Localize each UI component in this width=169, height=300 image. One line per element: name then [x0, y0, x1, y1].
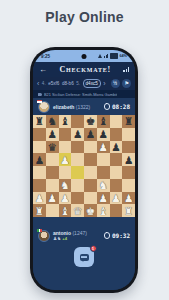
square-b5[interactable] — [46, 153, 59, 166]
square-d3[interactable] — [71, 179, 84, 192]
square-a3[interactable] — [33, 179, 46, 192]
square-g2[interactable]: ♟ — [110, 192, 123, 205]
square-e4[interactable] — [84, 166, 97, 179]
square-f2[interactable]: ♟ — [97, 192, 110, 205]
square-b1[interactable] — [46, 204, 59, 217]
square-h6[interactable] — [122, 141, 135, 154]
flag-badge-top — [37, 100, 42, 103]
player-name-bottom: antonio (1247) — [53, 230, 101, 236]
piece-c2: ♟ — [60, 192, 69, 204]
chat-area: 1 — [33, 244, 135, 290]
captured-glyphs: ♟♞ — [53, 237, 61, 242]
square-c4[interactable] — [59, 166, 72, 179]
piece-a8: ♜ — [35, 115, 44, 127]
move-number: 4. — [42, 81, 46, 86]
square-h3[interactable] — [122, 179, 135, 192]
square-h1[interactable]: ♜ — [122, 204, 135, 217]
square-d5[interactable] — [71, 153, 84, 166]
square-d1[interactable]: ♛ — [71, 204, 84, 217]
square-e5[interactable] — [84, 153, 97, 166]
square-a7[interactable] — [33, 128, 46, 141]
square-g7[interactable] — [110, 128, 123, 141]
piece-a5: ♟ — [35, 153, 44, 165]
piece-h1: ♜ — [124, 204, 133, 216]
chat-bubble-icon — [80, 254, 89, 261]
piece-c8: ♝ — [60, 115, 69, 127]
piece-c1: ♝ — [60, 204, 69, 216]
piece-b2: ♟ — [47, 192, 56, 204]
timer-icon — [104, 103, 111, 110]
signal-icon — [104, 54, 108, 58]
square-g1[interactable] — [110, 204, 123, 217]
piece-c5: ♟ — [60, 153, 69, 165]
chat-notification-badge: 1 — [90, 245, 97, 252]
offer-draw-button[interactable]: ½ — [111, 79, 120, 88]
resign-flag-button[interactable]: ⚑ — [122, 79, 131, 88]
piece-f1: ♝ — [98, 204, 107, 216]
square-d2[interactable] — [71, 192, 84, 205]
square-c1[interactable]: ♝ — [59, 204, 72, 217]
chess-board[interactable]: ♜♞♝♚♝♜♟♟♟♟♛♟♟♟♟♟♞♞♟♟♟♟♟♟♜♝♛♚♝♜ — [33, 115, 135, 217]
square-e7[interactable]: ♟ — [84, 128, 97, 141]
square-h2[interactable]: ♟ — [122, 192, 135, 205]
piece-b6: ♛ — [47, 141, 56, 153]
timer-icon — [104, 232, 111, 239]
square-c5[interactable]: ♟ — [59, 153, 72, 166]
square-c6[interactable] — [59, 141, 72, 154]
square-f4[interactable] — [97, 166, 110, 179]
status-time: 9:25 — [41, 54, 50, 59]
player-rating-bottom: (1247) — [72, 230, 86, 236]
square-b6[interactable]: ♛ — [46, 141, 59, 154]
square-c3[interactable]: ♞ — [59, 179, 72, 192]
clock-time-top: 08:28 — [112, 103, 130, 110]
square-e2[interactable] — [84, 192, 97, 205]
piece-b7: ♟ — [47, 128, 56, 140]
status-icons: 64% — [98, 53, 127, 58]
square-b7[interactable]: ♟ — [46, 128, 59, 141]
piece-g6: ♟ — [111, 141, 120, 153]
piece-h8: ♜ — [124, 115, 133, 127]
square-f8[interactable]: ♝ — [97, 115, 110, 128]
square-c8[interactable]: ♝ — [59, 115, 72, 128]
piece-h2: ♟ — [124, 192, 133, 204]
piece-f8: ♝ — [98, 115, 107, 127]
clock-time-bottom: 09:32 — [112, 232, 130, 239]
piece-f6: ♟ — [98, 141, 107, 153]
piece-d7: ♟ — [73, 128, 82, 140]
square-e6[interactable] — [84, 141, 97, 154]
current-move[interactable]: d4xc5 — [83, 79, 101, 88]
piece-e8: ♚ — [86, 115, 95, 127]
square-g6[interactable]: ♟ — [110, 141, 123, 154]
player-rating-top: (1322) — [76, 104, 90, 110]
square-a8[interactable]: ♜ — [33, 115, 46, 128]
square-d4[interactable] — [71, 166, 84, 179]
flag-badge-bottom — [37, 229, 42, 232]
player-row-bottom: antonio (1247) ♟♞ +4 09:32 — [33, 227, 135, 244]
piece-f3: ♞ — [98, 179, 107, 191]
piece-f7: ♟ — [98, 128, 107, 140]
battery-icon — [110, 53, 118, 58]
piece-b8: ♞ — [47, 115, 56, 127]
square-b8[interactable]: ♞ — [46, 115, 59, 128]
connection-icon — [123, 67, 129, 72]
move-number: 5. — [76, 81, 80, 86]
piece-a2: ♟ — [35, 192, 44, 204]
square-f3[interactable]: ♞ — [97, 179, 110, 192]
square-d8[interactable] — [71, 115, 84, 128]
chat-button[interactable]: 1 — [74, 247, 94, 267]
square-g5[interactable] — [110, 153, 123, 166]
captured-pieces: ♟♞ +4 — [53, 236, 101, 241]
square-e3[interactable] — [84, 179, 97, 192]
square-e1[interactable]: ♚ — [84, 204, 97, 217]
square-f1[interactable]: ♝ — [97, 204, 110, 217]
back-button[interactable]: ← — [39, 66, 47, 74]
square-f7[interactable]: ♟ — [97, 128, 110, 141]
player-row-top: elizabeth (1322) 08:28 — [33, 98, 135, 115]
square-g8[interactable] — [110, 115, 123, 128]
piece-f2: ♟ — [98, 192, 107, 204]
next-move-button[interactable]: › — [103, 80, 105, 87]
moves-bar: ‹ 4. e5xf6 d8-b6 5. d4xc5 › ½ ⚑ — [33, 77, 135, 90]
piece-e1: ♚ — [86, 204, 95, 216]
piece-a1: ♜ — [35, 204, 44, 216]
piece-c3: ♞ — [60, 179, 69, 191]
square-b4[interactable] — [46, 166, 59, 179]
piece-e7: ♟ — [86, 128, 95, 140]
clock-bottom: 09:32 — [104, 232, 130, 239]
opening-strip: B21 Sicilian Defense: Smith-Morra Gambit — [33, 90, 135, 98]
square-a6[interactable] — [33, 141, 46, 154]
battery-percent: 64% — [119, 54, 127, 58]
square-b2[interactable]: ♟ — [46, 192, 59, 205]
square-h4[interactable] — [122, 166, 135, 179]
square-f6[interactable]: ♟ — [97, 141, 110, 154]
player-name-top: elizabeth (1322) — [53, 104, 101, 110]
piece-d1: ♛ — [73, 204, 82, 216]
camera-punch-hole — [82, 54, 87, 59]
wifi-icon — [98, 54, 102, 58]
square-d6[interactable] — [71, 141, 84, 154]
prev-move-button[interactable]: ‹ — [37, 80, 39, 87]
square-a2[interactable]: ♟ — [33, 192, 46, 205]
square-h5[interactable]: ♟ — [122, 153, 135, 166]
square-d7[interactable]: ♟ — [71, 128, 84, 141]
opening-name: B21 Sicilian Defense: Smith-Morra Gambit — [44, 92, 117, 97]
square-g3[interactable] — [110, 179, 123, 192]
square-h8[interactable]: ♜ — [122, 115, 135, 128]
square-a1[interactable]: ♜ — [33, 204, 46, 217]
square-c7[interactable] — [59, 128, 72, 141]
piece-g2: ♟ — [111, 192, 120, 204]
square-a5[interactable]: ♟ — [33, 153, 46, 166]
move-item[interactable]: d8-b6 — [62, 81, 74, 86]
move-item[interactable]: e5xf6 — [48, 81, 59, 86]
material-advantage: +4 — [62, 236, 67, 241]
piece-h5: ♟ — [124, 153, 133, 165]
square-e8[interactable]: ♚ — [84, 115, 97, 128]
status-bar: 9:25 64% — [33, 50, 135, 62]
square-f5[interactable] — [97, 153, 110, 166]
app-header: ← Checkmate! — [33, 62, 135, 77]
square-h7[interactable] — [122, 128, 135, 141]
book-icon — [38, 93, 42, 96]
clock-top: 08:28 — [104, 103, 130, 110]
app-title: Checkmate! — [47, 65, 123, 74]
square-c2[interactable]: ♟ — [59, 192, 72, 205]
phone-mockup: 9:25 64% ← Checkmate! ‹ 4. e5xf6 d8-b6 5… — [30, 47, 138, 293]
square-b3[interactable] — [46, 179, 59, 192]
square-g4[interactable] — [110, 166, 123, 179]
page-title: Play Online — [0, 9, 169, 25]
phone-screen: 9:25 64% ← Checkmate! ‹ 4. e5xf6 d8-b6 5… — [33, 50, 135, 290]
square-a4[interactable] — [33, 166, 46, 179]
